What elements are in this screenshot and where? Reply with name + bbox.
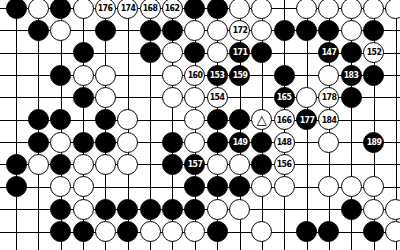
stone-black [184,199,205,220]
stone-black [296,20,317,41]
stone-white [229,199,250,220]
stone-black [95,132,116,153]
stone-black [229,109,250,130]
stone-white [95,87,116,108]
stone-white [363,199,384,220]
stone-white [162,42,183,63]
stone-black [50,221,71,242]
stone-black [50,65,71,86]
grid-line-vertical [16,0,17,250]
triangle-mark: △ [257,113,267,126]
stone-black [184,176,205,197]
move-number: 159 [232,71,247,80]
stone-white [162,87,183,108]
stone-white [341,0,362,19]
stone-black-move-177: 177 [296,109,317,130]
stone-black [184,42,205,63]
stone-black [6,154,27,175]
move-number: 176 [98,4,113,13]
stone-white [117,154,138,175]
stone-white [184,132,205,153]
stone-white-move-148: 148 [274,132,295,153]
stone-white [318,0,339,19]
stone-white [140,221,161,242]
stone-black [363,20,384,41]
stone-black [251,42,272,63]
stone-white [73,199,94,220]
stone-black-move-149: 149 [229,132,250,153]
stone-black [140,42,161,63]
go-board: 1761741681621721711471521601531591831541… [0,0,400,250]
stone-white [117,109,138,130]
stone-white [73,154,94,175]
move-number: 172 [232,26,247,35]
stone-white [207,20,228,41]
stone-white-move-160: 160 [184,65,205,86]
stone-white [296,87,317,108]
stone-black-move-189: 189 [363,132,384,153]
stone-white-move-166: 166 [274,109,295,130]
stone-white [184,221,205,242]
stone-white [251,0,272,19]
move-number: 148 [277,138,292,147]
stone-black [251,132,272,153]
move-number: 149 [232,138,247,147]
move-number: 160 [187,71,202,80]
move-number: 166 [277,116,292,125]
stone-white [318,132,339,153]
stone-black [274,65,295,86]
stone-white-move-174: 174 [117,0,138,19]
stone-black [28,132,49,153]
move-number: 177 [299,116,314,125]
stone-white [318,65,339,86]
move-number: 178 [322,93,337,102]
stone-white [50,20,71,41]
stone-white-move-176: 176 [95,0,116,19]
stone-white [50,132,71,153]
stone-white [229,0,250,19]
stone-white [207,154,228,175]
stone-black-move-165: 165 [274,87,295,108]
stone-white-move-172: 172 [229,20,250,41]
stone-white [28,154,49,175]
stone-white [162,221,183,242]
stone-black [95,199,116,220]
move-number: 154 [210,93,225,102]
stone-black-move-183: 183 [341,65,362,86]
stone-black [50,109,71,130]
stone-black [207,109,228,130]
stone-white [318,176,339,197]
stone-black [117,199,138,220]
stone-white [184,87,205,108]
stone-black [95,20,116,41]
stone-black [318,20,339,41]
move-number: 174 [120,4,135,13]
stone-white-move-152: 152 [363,42,384,63]
stone-white [296,0,317,19]
stone-black [184,0,205,19]
move-number: 189 [366,138,381,147]
stone-black [73,132,94,153]
stone-white-move-162: 162 [162,0,183,19]
stone-white [95,65,116,86]
stone-black-move-147: 147 [318,42,339,63]
stone-white [28,0,49,19]
stone-black [162,154,183,175]
stone-white [363,176,384,197]
stone-black-move-159: 159 [229,65,250,86]
stone-black [341,42,362,63]
stone-black [207,132,228,153]
stone-black [296,221,317,242]
stone-white [363,0,384,19]
move-number: 147 [322,48,337,57]
stone-black [6,176,27,197]
stone-white [229,154,250,175]
stone-black [274,20,295,41]
stone-white [95,221,116,242]
stone-black [73,42,94,63]
stone-white [274,176,295,197]
stone-white [341,176,362,197]
stone-white [385,0,400,19]
stone-black [6,0,27,19]
move-number: 168 [143,4,158,13]
stone-white [251,221,272,242]
stone-black [95,109,116,130]
stone-black [207,176,228,197]
stone-black [50,154,71,175]
stone-white [117,132,138,153]
stone-white [341,20,362,41]
stone-white [73,176,94,197]
stone-black [162,20,183,41]
stone-white [385,221,400,242]
stone-white-move-178: 178 [318,87,339,108]
move-number: 156 [277,160,292,169]
stone-black [341,87,362,108]
stone-black [28,109,49,130]
stone-black [73,221,94,242]
stone-black [73,87,94,108]
stone-white-triangle: △ [251,109,272,130]
stone-white [73,0,94,19]
stone-white [251,20,272,41]
stone-black [341,199,362,220]
stone-white-move-154: 154 [207,87,228,108]
stone-white [73,65,94,86]
move-number: 171 [232,48,247,57]
move-number: 152 [366,48,381,57]
stone-white [184,20,205,41]
stone-black-move-171: 171 [229,42,250,63]
stone-black [251,154,272,175]
stone-white [207,42,228,63]
stone-white [50,176,71,197]
stone-black [140,199,161,220]
stone-black [229,176,250,197]
stone-black [318,221,339,242]
stone-white-move-184: 184 [318,109,339,130]
stone-white [95,154,116,175]
stone-black [207,221,228,242]
stone-black [28,20,49,41]
stone-black [140,20,161,41]
stone-black-move-157: 157 [184,154,205,175]
stone-black [50,0,71,19]
stone-white [162,65,183,86]
stone-white [184,109,205,130]
move-number: 183 [344,71,359,80]
stone-white-move-156: 156 [274,154,295,175]
move-number: 165 [277,93,292,102]
move-number: 157 [187,160,202,169]
stone-black-move-153: 153 [207,65,228,86]
stone-black [50,199,71,220]
stone-black [363,221,384,242]
stone-black [207,0,228,19]
stone-black [162,199,183,220]
stone-black [162,132,183,153]
move-number: 153 [210,71,225,80]
stone-black [363,65,384,86]
move-number: 184 [322,116,337,125]
stone-white [207,199,228,220]
stone-white [251,176,272,197]
stone-white [385,199,400,220]
move-number: 162 [165,4,180,13]
stone-black [117,221,138,242]
stone-white-move-168: 168 [140,0,161,19]
